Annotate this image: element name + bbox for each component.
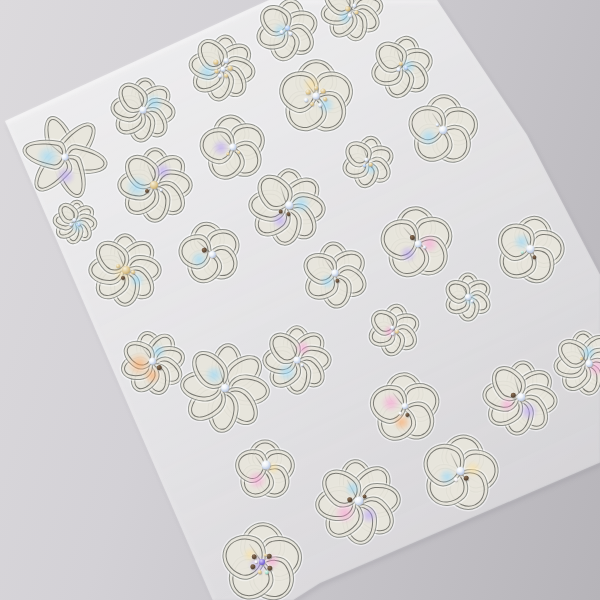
flower-sticker-2 xyxy=(252,0,322,65)
flower-sticker-20 xyxy=(366,302,422,358)
rhinestone xyxy=(121,276,125,280)
rhinestone xyxy=(399,412,402,415)
rhinestone xyxy=(116,264,120,268)
rhinestone xyxy=(321,89,326,94)
rhinestone xyxy=(160,189,163,192)
flower-sticker-23 xyxy=(264,327,330,393)
rhinestone xyxy=(254,560,257,563)
rhinestone xyxy=(301,364,304,367)
rhinestone xyxy=(471,300,474,303)
flower-sticker-19 xyxy=(301,241,369,309)
flower-sticker-30 xyxy=(222,523,303,600)
rhinestone xyxy=(145,189,149,193)
holo-glint xyxy=(154,162,172,180)
holo-glint xyxy=(247,470,267,490)
flower-sticker-5 xyxy=(109,76,176,143)
flower-sticker-13 xyxy=(174,217,245,288)
flower-sticker-17 xyxy=(490,210,570,290)
holo-glint xyxy=(277,362,297,382)
rhinestone xyxy=(306,90,311,95)
flower-sticker-28 xyxy=(417,430,503,516)
flower-sticker-10 xyxy=(339,133,397,191)
rhinestone xyxy=(323,97,327,101)
flower-sticker-21 xyxy=(115,325,190,400)
flower-sticker-1 xyxy=(186,32,258,104)
flower-sticker-14 xyxy=(248,168,327,247)
rhinestone xyxy=(264,554,267,557)
holo-glint xyxy=(129,272,145,288)
rhinestone xyxy=(122,266,130,274)
photo-scene xyxy=(0,0,600,600)
flower-sticker-29 xyxy=(314,458,403,547)
flower-sticker-4 xyxy=(366,31,437,102)
flower-sticker-9 xyxy=(119,149,191,221)
rhinestone xyxy=(310,102,314,106)
flower-sticker-16 xyxy=(379,205,456,282)
flower-sticker-26 xyxy=(480,358,559,437)
flower-sticker-27 xyxy=(236,441,294,499)
flower-sticker-24 xyxy=(551,328,600,398)
rhinestone xyxy=(313,93,320,100)
holo-glint xyxy=(125,175,149,199)
rhinestone xyxy=(150,181,158,189)
flower-sticker-7 xyxy=(407,94,478,165)
rhinestone xyxy=(262,461,271,470)
flower-sticker-18 xyxy=(445,274,491,320)
flower-sticker-11 xyxy=(280,61,352,133)
rhinestone xyxy=(314,86,318,90)
rhinestone xyxy=(304,98,308,102)
rhinestone xyxy=(294,357,301,364)
flower-sticker-layer xyxy=(0,0,600,600)
rhinestone xyxy=(131,270,135,274)
rhinestone xyxy=(318,103,322,107)
flower-sticker-15 xyxy=(90,235,160,305)
flower-sticker-22 xyxy=(182,345,269,432)
holo-glint xyxy=(295,340,311,356)
rhinestone xyxy=(436,123,439,126)
flower-sticker-8 xyxy=(15,107,115,207)
